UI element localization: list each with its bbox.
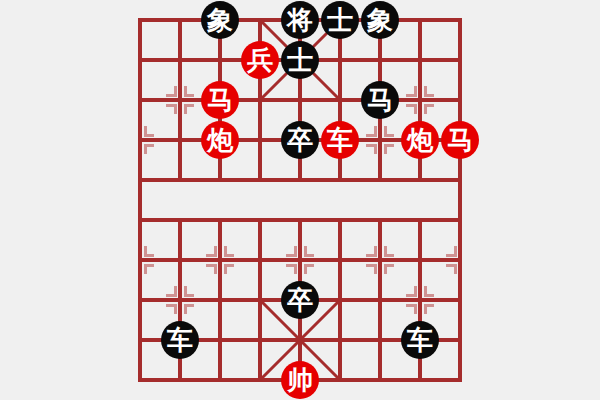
piece-red-cannon[interactable]: 炮 xyxy=(401,121,439,159)
piece-black-soldier[interactable]: 卒 xyxy=(281,121,319,159)
piece-red-general[interactable]: 帅 xyxy=(281,361,319,399)
piece-black-horse[interactable]: 马 xyxy=(361,81,399,119)
piece-black-chariot[interactable]: 车 xyxy=(401,321,439,359)
piece-red-soldier[interactable]: 兵 xyxy=(241,41,279,79)
xiangqi-diagram: 象将士象兵士马马炮卒车炮马卒车车帅 xyxy=(0,0,600,400)
piece-red-chariot[interactable]: 车 xyxy=(321,121,359,159)
piece-red-horse[interactable]: 马 xyxy=(201,81,239,119)
piece-black-advisor[interactable]: 士 xyxy=(321,1,359,39)
piece-black-soldier[interactable]: 卒 xyxy=(281,281,319,319)
piece-black-chariot[interactable]: 车 xyxy=(161,321,199,359)
board: 象将士象兵士马马炮卒车炮马卒车车帅 xyxy=(120,0,480,400)
piece-black-elephant[interactable]: 象 xyxy=(201,1,239,39)
piece-black-advisor[interactable]: 士 xyxy=(281,41,319,79)
piece-black-general[interactable]: 将 xyxy=(281,1,319,39)
piece-black-elephant[interactable]: 象 xyxy=(361,1,399,39)
piece-red-cannon[interactable]: 炮 xyxy=(201,121,239,159)
piece-red-horse[interactable]: 马 xyxy=(441,121,479,159)
